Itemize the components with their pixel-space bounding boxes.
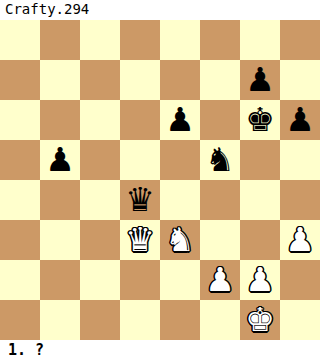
black-pawn: ♟ [160, 100, 200, 140]
square-a5[interactable] [0, 140, 40, 180]
white-pawn: ♟ [200, 260, 240, 300]
square-h5[interactable] [280, 140, 320, 180]
square-f2[interactable]: ♟ [200, 260, 240, 300]
square-e7[interactable] [160, 60, 200, 100]
black-queen: ♛ [120, 180, 160, 220]
square-a6[interactable] [0, 100, 40, 140]
square-c1[interactable] [80, 300, 120, 340]
square-d1[interactable] [120, 300, 160, 340]
square-g6[interactable]: ♚ [240, 100, 280, 140]
square-d7[interactable] [120, 60, 160, 100]
square-g4[interactable] [240, 180, 280, 220]
square-g7[interactable]: ♟ [240, 60, 280, 100]
square-d5[interactable] [120, 140, 160, 180]
square-e4[interactable] [160, 180, 200, 220]
black-pawn: ♟ [280, 100, 320, 140]
white-knight: ♞ [160, 220, 200, 260]
square-b2[interactable] [40, 260, 80, 300]
square-g5[interactable] [240, 140, 280, 180]
square-f6[interactable] [200, 100, 240, 140]
square-a4[interactable] [0, 180, 40, 220]
chess-board: ♟♟♚♟♟♞♛♛♞♟♟♟♚ [0, 20, 320, 340]
square-b7[interactable] [40, 60, 80, 100]
square-h6[interactable]: ♟ [280, 100, 320, 140]
square-e1[interactable] [160, 300, 200, 340]
square-h2[interactable] [280, 260, 320, 300]
square-e3[interactable]: ♞ [160, 220, 200, 260]
square-d6[interactable] [120, 100, 160, 140]
square-h3[interactable]: ♟ [280, 220, 320, 260]
black-pawn: ♟ [40, 140, 80, 180]
square-h8[interactable] [280, 20, 320, 60]
square-f5[interactable]: ♞ [200, 140, 240, 180]
square-h7[interactable] [280, 60, 320, 100]
square-b5[interactable]: ♟ [40, 140, 80, 180]
square-c4[interactable] [80, 180, 120, 220]
square-c6[interactable] [80, 100, 120, 140]
square-e6[interactable]: ♟ [160, 100, 200, 140]
square-f3[interactable] [200, 220, 240, 260]
square-d2[interactable] [120, 260, 160, 300]
square-a8[interactable] [0, 20, 40, 60]
square-d8[interactable] [120, 20, 160, 60]
white-queen: ♛ [120, 220, 160, 260]
square-g8[interactable] [240, 20, 280, 60]
square-a2[interactable] [0, 260, 40, 300]
white-pawn: ♟ [280, 220, 320, 260]
square-c5[interactable] [80, 140, 120, 180]
square-b4[interactable] [40, 180, 80, 220]
white-pawn: ♟ [240, 260, 280, 300]
square-d3[interactable]: ♛ [120, 220, 160, 260]
square-b6[interactable] [40, 100, 80, 140]
square-f4[interactable] [200, 180, 240, 220]
square-h4[interactable] [280, 180, 320, 220]
square-h1[interactable] [280, 300, 320, 340]
square-c2[interactable] [80, 260, 120, 300]
square-c8[interactable] [80, 20, 120, 60]
square-b3[interactable] [40, 220, 80, 260]
square-a1[interactable] [0, 300, 40, 340]
square-c3[interactable] [80, 220, 120, 260]
black-pawn: ♟ [240, 60, 280, 100]
square-e2[interactable] [160, 260, 200, 300]
square-c7[interactable] [80, 60, 120, 100]
black-king: ♚ [240, 100, 280, 140]
black-knight: ♞ [200, 140, 240, 180]
square-b8[interactable] [40, 20, 80, 60]
square-b1[interactable] [40, 300, 80, 340]
square-d4[interactable]: ♛ [120, 180, 160, 220]
square-g2[interactable]: ♟ [240, 260, 280, 300]
move-prompt: 1. ? [0, 340, 320, 360]
crafty-window: Crafty.294 ♟♟♚♟♟♞♛♛♞♟♟♟♚ 1. ? [0, 0, 320, 360]
white-king: ♚ [240, 300, 280, 340]
square-f7[interactable] [200, 60, 240, 100]
window-title: Crafty.294 [0, 0, 320, 20]
square-g1[interactable]: ♚ [240, 300, 280, 340]
square-f8[interactable] [200, 20, 240, 60]
square-g3[interactable] [240, 220, 280, 260]
square-a3[interactable] [0, 220, 40, 260]
square-a7[interactable] [0, 60, 40, 100]
square-e5[interactable] [160, 140, 200, 180]
square-e8[interactable] [160, 20, 200, 60]
square-f1[interactable] [200, 300, 240, 340]
